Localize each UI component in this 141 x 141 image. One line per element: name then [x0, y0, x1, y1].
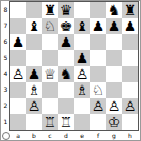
rank-label-4: 4 [1, 66, 10, 82]
file-label-c: c [42, 131, 58, 140]
square-h2[interactable]: ♙ [122, 98, 138, 114]
black-pawn: ♟ [58, 34, 74, 50]
board: ♜♛♞♜♝♘♚♝♟♟♟♟♟♟♙♟♕♞♙♗♗♘♙♙♙♙♖♖♔ [10, 2, 138, 130]
white-to-move-indicator [2, 132, 10, 140]
black-bishop: ♝ [26, 18, 42, 34]
square-c8[interactable]: ♜ [42, 2, 58, 18]
white-rook: ♖ [58, 114, 74, 130]
white-pawn: ♙ [26, 98, 42, 114]
square-f3[interactable]: ♘ [90, 82, 106, 98]
rank-label-7: 7 [1, 18, 10, 34]
rank-labels: 87654321 [1, 2, 10, 130]
square-g7[interactable]: ♟ [106, 18, 122, 34]
square-e3[interactable]: ♗ [74, 82, 90, 98]
square-b1[interactable] [26, 114, 42, 130]
file-label-b: b [26, 131, 42, 140]
square-f7[interactable]: ♟ [90, 18, 106, 34]
file-label-g: g [106, 131, 122, 140]
square-c7[interactable]: ♘ [42, 18, 58, 34]
square-e4[interactable]: ♙ [74, 66, 90, 82]
square-g6[interactable] [106, 34, 122, 50]
square-b6[interactable] [26, 34, 42, 50]
black-queen: ♛ [58, 2, 74, 18]
square-e7[interactable]: ♝ [74, 18, 90, 34]
square-h4[interactable] [122, 66, 138, 82]
black-bishop: ♝ [74, 18, 90, 34]
square-h6[interactable] [122, 34, 138, 50]
square-g5[interactable] [106, 50, 122, 66]
file-label-a: a [10, 131, 26, 140]
square-d7[interactable]: ♚ [58, 18, 74, 34]
white-knight: ♘ [90, 82, 106, 98]
square-a5[interactable] [10, 50, 26, 66]
square-a1[interactable] [10, 114, 26, 130]
square-a8[interactable] [10, 2, 26, 18]
white-bishop: ♗ [74, 82, 90, 98]
file-label-d: d [58, 131, 74, 140]
black-knight: ♞ [58, 66, 74, 82]
white-pawn: ♙ [122, 98, 138, 114]
white-pawn: ♙ [106, 98, 122, 114]
file-label-h: h [122, 131, 138, 140]
square-b8[interactable] [26, 2, 42, 18]
square-a4[interactable]: ♙ [10, 66, 26, 82]
square-f6[interactable] [90, 34, 106, 50]
file-labels: abcdefgh [10, 131, 138, 140]
white-pawn: ♙ [74, 66, 90, 82]
square-g8[interactable]: ♞ [106, 2, 122, 18]
white-rook: ♖ [42, 114, 58, 130]
square-g2[interactable]: ♙ [106, 98, 122, 114]
white-knight: ♘ [42, 18, 58, 34]
square-c2[interactable] [42, 98, 58, 114]
white-bishop: ♗ [26, 82, 42, 98]
square-c6[interactable] [42, 34, 58, 50]
black-pawn: ♟ [26, 66, 42, 82]
rank-label-6: 6 [1, 34, 10, 50]
black-pawn: ♟ [10, 34, 26, 50]
black-king: ♚ [58, 18, 74, 34]
square-f2[interactable]: ♙ [90, 98, 106, 114]
white-pawn: ♙ [90, 98, 106, 114]
square-f1[interactable] [90, 114, 106, 130]
square-h3[interactable] [122, 82, 138, 98]
black-pawn: ♟ [106, 18, 122, 34]
square-d6[interactable]: ♟ [58, 34, 74, 50]
square-h1[interactable] [122, 114, 138, 130]
square-a2[interactable] [10, 98, 26, 114]
chess-diagram: 87654321 ♜♛♞♜♝♘♚♝♟♟♟♟♟♟♙♟♕♞♙♗♗♘♙♙♙♙♖♖♔ a… [0, 0, 141, 141]
square-g3[interactable] [106, 82, 122, 98]
square-b2[interactable]: ♙ [26, 98, 42, 114]
square-d2[interactable] [58, 98, 74, 114]
black-knight: ♞ [106, 2, 122, 18]
white-pawn: ♙ [10, 66, 26, 82]
square-a7[interactable] [10, 18, 26, 34]
square-e6[interactable] [74, 34, 90, 50]
square-b5[interactable] [26, 50, 42, 66]
rank-label-1: 1 [1, 114, 10, 130]
square-e2[interactable] [74, 98, 90, 114]
square-e1[interactable] [74, 114, 90, 130]
file-label-f: f [90, 131, 106, 140]
black-pawn: ♟ [74, 50, 90, 66]
rank-label-5: 5 [1, 50, 10, 66]
square-d5[interactable] [58, 50, 74, 66]
rank-label-3: 3 [1, 82, 10, 98]
square-c1[interactable]: ♖ [42, 114, 58, 130]
square-f4[interactable] [90, 66, 106, 82]
black-pawn: ♟ [90, 18, 106, 34]
square-c3[interactable] [42, 82, 58, 98]
square-c4[interactable]: ♕ [42, 66, 58, 82]
square-d3[interactable] [58, 82, 74, 98]
square-d8[interactable]: ♛ [58, 2, 74, 18]
square-g4[interactable] [106, 66, 122, 82]
white-king: ♔ [106, 114, 122, 130]
square-e5[interactable]: ♟ [74, 50, 90, 66]
square-e8[interactable] [74, 2, 90, 18]
square-h5[interactable] [122, 50, 138, 66]
black-rook: ♜ [42, 2, 58, 18]
square-d1[interactable]: ♖ [58, 114, 74, 130]
square-a6[interactable]: ♟ [10, 34, 26, 50]
square-b4[interactable]: ♟ [26, 66, 42, 82]
square-h8[interactable]: ♜ [122, 2, 138, 18]
black-pawn: ♟ [122, 18, 138, 34]
square-f5[interactable] [90, 50, 106, 66]
square-c5[interactable] [42, 50, 58, 66]
square-g1[interactable]: ♔ [106, 114, 122, 130]
square-a3[interactable] [10, 82, 26, 98]
square-d4[interactable]: ♞ [58, 66, 74, 82]
black-rook: ♜ [122, 2, 138, 18]
rank-label-2: 2 [1, 98, 10, 114]
square-b7[interactable]: ♝ [26, 18, 42, 34]
rank-label-8: 8 [1, 2, 10, 18]
square-h7[interactable]: ♟ [122, 18, 138, 34]
square-f8[interactable] [90, 2, 106, 18]
file-label-e: e [74, 131, 90, 140]
square-b3[interactable]: ♗ [26, 82, 42, 98]
white-queen: ♕ [42, 66, 58, 82]
